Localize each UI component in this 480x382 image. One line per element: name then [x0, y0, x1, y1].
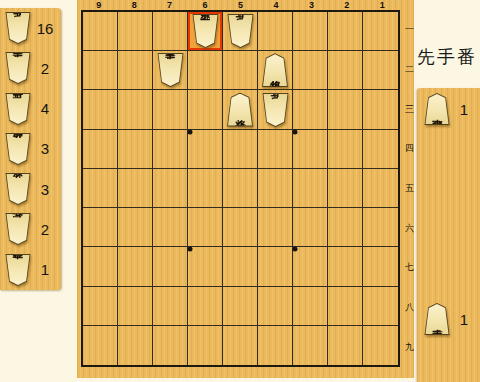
piece-kanji: 王将: [200, 30, 211, 33]
board-cell-8-9[interactable]: [118, 326, 153, 365]
shogi-piece[interactable]: 歩兵: [262, 93, 289, 127]
rank-label: 六: [403, 208, 416, 248]
board-cell-4-6[interactable]: [258, 208, 293, 247]
piece-body: 銀将: [262, 53, 289, 87]
sente-hand-stand: 飛車1香車1: [417, 88, 480, 382]
piece-face: 角行: [6, 214, 30, 244]
board-cell-2-1[interactable]: [328, 12, 363, 51]
shogi-board: 987654321 一二三四五六七八九 王将歩兵香車銀将金将歩兵: [77, 0, 414, 378]
shogi-piece[interactable]: 飛車: [424, 93, 450, 125]
board-cell-6-6[interactable]: [188, 208, 223, 247]
file-labels: 987654321: [81, 0, 400, 10]
hand-count: 3: [31, 181, 59, 198]
board-cell-1-5[interactable]: [363, 169, 398, 208]
board-cell-8-7[interactable]: [118, 247, 153, 286]
sente-hand-slot: [417, 256, 480, 298]
board-cell-1-1[interactable]: [363, 12, 398, 51]
board-cell-2-3[interactable]: [328, 90, 363, 129]
rank-label: 七: [403, 248, 416, 288]
sente-hand-slot: [417, 214, 480, 256]
sente-hand-slot: [417, 172, 480, 214]
gote-hand-slot: 飛車1: [0, 250, 61, 290]
board-cell-3-1[interactable]: [293, 12, 328, 51]
gote-hand-stand: 歩兵16香車2桂馬4銀将3金将3角行2飛車1: [0, 8, 61, 290]
board-cell-3-4[interactable]: [293, 130, 328, 169]
shogi-piece[interactable]: 金将: [5, 173, 31, 205]
board-cell-6-5[interactable]: [188, 169, 223, 208]
board-cell-4-9[interactable]: [258, 326, 293, 365]
piece-kanji: 歩兵: [270, 108, 281, 111]
piece-kanji: 歩兵: [13, 27, 24, 30]
shogi-piece[interactable]: 飛車: [5, 254, 31, 286]
board-cell-2-8[interactable]: [328, 287, 363, 326]
piece-face: 王将: [193, 15, 218, 47]
piece-face: 桂馬: [6, 94, 30, 124]
board-cell-8-8[interactable]: [118, 287, 153, 326]
board-cell-2-9[interactable]: [328, 326, 363, 365]
sente-hand-slot: 香車1: [417, 298, 480, 340]
board-cell-4-5[interactable]: [258, 169, 293, 208]
board-cell-8-6[interactable]: [118, 208, 153, 247]
piece-face: 飛車: [425, 94, 449, 124]
shogi-piece[interactable]: 桂馬: [5, 93, 31, 125]
board-cell-2-5[interactable]: [328, 169, 363, 208]
board-cell-3-2[interactable]: [293, 51, 328, 90]
rank-label: 五: [403, 169, 416, 209]
board-grid: 王将歩兵香車銀将金将歩兵: [81, 10, 400, 367]
board-cell-5-9[interactable]: [223, 326, 258, 365]
board-cell-3-7[interactable]: [293, 247, 328, 286]
piece-body: 飛車: [5, 254, 31, 286]
board-cell-6-1[interactable]: 王将: [188, 12, 223, 51]
piece-body: 歩兵: [5, 12, 31, 44]
file-label: 6: [187, 0, 222, 10]
board-cell-9-8[interactable]: [83, 287, 118, 326]
gote-hand-slot: 角行2: [0, 209, 61, 249]
hand-count: 1: [450, 101, 478, 118]
board-cell-8-1[interactable]: [118, 12, 153, 51]
rank-label: 八: [403, 288, 416, 328]
shogi-app: 歩兵16香車2桂馬4銀将3金将3角行2飛車1 987654321 一二三四五六七…: [0, 0, 480, 382]
file-label: 8: [116, 0, 151, 10]
piece-kanji: 香車: [13, 67, 24, 70]
piece-face: 銀将: [6, 134, 30, 164]
file-label: 5: [223, 0, 258, 10]
shogi-piece[interactable]: 香車: [424, 303, 450, 335]
rank-label: 二: [403, 50, 416, 90]
piece-face: 銀将: [263, 54, 288, 86]
piece-body: 桂馬: [5, 93, 31, 125]
board-cell-6-8[interactable]: [188, 287, 223, 326]
piece-kanji: 角行: [13, 228, 24, 231]
rank-label: 一: [403, 10, 416, 50]
gote-hand-slot: 歩兵16: [0, 8, 61, 48]
board-cell-4-8[interactable]: [258, 287, 293, 326]
hand-count: 2: [31, 221, 59, 238]
board-cell-6-9[interactable]: [188, 326, 223, 365]
piece-face: 香車: [6, 53, 30, 83]
shogi-piece[interactable]: 銀将: [5, 133, 31, 165]
board-cell-3-8[interactable]: [293, 287, 328, 326]
board-cell-9-1[interactable]: [83, 12, 118, 51]
piece-body: 香車: [424, 303, 450, 335]
board-cell-1-9[interactable]: [363, 326, 398, 365]
board-cell-9-2[interactable]: [83, 51, 118, 90]
shogi-piece[interactable]: 銀将: [262, 53, 289, 87]
board-cell-4-1[interactable]: [258, 12, 293, 51]
shogi-piece[interactable]: 歩兵: [5, 12, 31, 44]
star-point: [188, 247, 193, 252]
piece-body: 金将: [227, 93, 254, 127]
piece-body: 飛車: [424, 93, 450, 125]
board-cell-9-6[interactable]: [83, 208, 118, 247]
hand-count: 1: [450, 311, 478, 328]
board-cell-4-7[interactable]: [258, 247, 293, 286]
board-cell-1-6[interactable]: [363, 208, 398, 247]
board-cell-5-3[interactable]: 金将: [223, 90, 258, 129]
board-cell-9-3[interactable]: [83, 90, 118, 129]
board-cell-7-6[interactable]: [153, 208, 188, 247]
board-cell-9-9[interactable]: [83, 326, 118, 365]
board-cell-9-4[interactable]: [83, 130, 118, 169]
board-cell-8-3[interactable]: [118, 90, 153, 129]
piece-kanji: 飛車: [432, 108, 443, 111]
board-cell-4-4[interactable]: [258, 130, 293, 169]
rank-label: 四: [403, 129, 416, 169]
board-cell-3-3[interactable]: [293, 90, 328, 129]
board-cell-7-1[interactable]: [153, 12, 188, 51]
board-cell-7-7[interactable]: [153, 247, 188, 286]
board-cell-1-3[interactable]: [363, 90, 398, 129]
shogi-piece[interactable]: 角行: [5, 213, 31, 245]
board-cell-1-7[interactable]: [363, 247, 398, 286]
board-cell-2-7[interactable]: [328, 247, 363, 286]
piece-face: 金将: [6, 174, 30, 204]
piece-kanji: 金将: [235, 108, 246, 111]
shogi-piece[interactable]: 金将: [227, 93, 254, 127]
hand-count: 4: [31, 100, 59, 117]
board-cell-6-7[interactable]: [188, 247, 223, 286]
board-cell-7-9[interactable]: [153, 326, 188, 365]
board-cell-5-7[interactable]: [223, 247, 258, 286]
piece-kanji: 銀将: [13, 147, 24, 150]
gote-hand-slot: 金将3: [0, 169, 61, 209]
piece-face: 歩兵: [228, 15, 253, 47]
board-cell-8-5[interactable]: [118, 169, 153, 208]
piece-body: 金将: [5, 173, 31, 205]
piece-face: 香車: [158, 54, 183, 86]
hand-count: 16: [31, 20, 59, 37]
board-cell-4-2[interactable]: 銀将: [258, 51, 293, 90]
board-cell-7-5[interactable]: [153, 169, 188, 208]
rank-labels: 一二三四五六七八九: [403, 10, 416, 367]
turn-indicator: 先手番: [417, 45, 480, 69]
board-cell-5-2[interactable]: [223, 51, 258, 90]
board-cell-5-1[interactable]: 歩兵: [223, 12, 258, 51]
board-cell-7-8[interactable]: [153, 287, 188, 326]
piece-kanji: 歩兵: [235, 30, 246, 33]
shogi-piece[interactable]: 香車: [157, 53, 184, 87]
rank-label: 九: [403, 327, 416, 367]
sente-hand-slot: [417, 340, 480, 382]
piece-body: 歩兵: [262, 93, 289, 127]
board-cell-7-2[interactable]: 香車: [153, 51, 188, 90]
piece-kanji: 香車: [432, 318, 443, 321]
board-cell-2-4[interactable]: [328, 130, 363, 169]
board-cell-5-4[interactable]: [223, 130, 258, 169]
piece-face: 香車: [425, 304, 449, 334]
piece-face: 歩兵: [6, 13, 30, 43]
file-label: 2: [329, 0, 364, 10]
piece-kanji: 香車: [165, 69, 176, 72]
star-point: [293, 129, 298, 134]
board-cell-9-5[interactable]: [83, 169, 118, 208]
board-cell-5-5[interactable]: [223, 169, 258, 208]
board-cell-6-4[interactable]: [188, 130, 223, 169]
rank-label: 三: [403, 89, 416, 129]
piece-body: 王将: [192, 14, 219, 48]
piece-body: 銀将: [5, 133, 31, 165]
gote-hand-slot: 香車2: [0, 48, 61, 88]
gote-hand-slot: 銀将3: [0, 129, 61, 169]
shogi-piece[interactable]: 王将: [192, 14, 219, 48]
board-cell-4-3[interactable]: 歩兵: [258, 90, 293, 129]
piece-body: 香車: [157, 53, 184, 87]
piece-face: 金将: [228, 94, 253, 126]
star-point: [188, 129, 193, 134]
piece-face: 歩兵: [263, 94, 288, 126]
file-label: 3: [294, 0, 329, 10]
board-cell-2-2[interactable]: [328, 51, 363, 90]
piece-kanji: 桂馬: [13, 107, 24, 110]
board-cell-9-7[interactable]: [83, 247, 118, 286]
board-cell-6-2[interactable]: [188, 51, 223, 90]
board-cell-7-3[interactable]: [153, 90, 188, 129]
board-cell-6-3[interactable]: [188, 90, 223, 129]
board-cell-3-9[interactable]: [293, 326, 328, 365]
file-label: 9: [81, 0, 116, 10]
board-cell-5-8[interactable]: [223, 287, 258, 326]
board-cell-8-4[interactable]: [118, 130, 153, 169]
sente-hand-slot: 飛車1: [417, 88, 480, 130]
file-label: 7: [152, 0, 187, 10]
sente-hand-slot: [417, 130, 480, 172]
board-cell-7-4[interactable]: [153, 130, 188, 169]
shogi-piece[interactable]: 歩兵: [227, 14, 254, 48]
piece-body: 香車: [5, 52, 31, 84]
board-cell-3-6[interactable]: [293, 208, 328, 247]
file-label: 4: [258, 0, 293, 10]
hand-count: 3: [31, 140, 59, 157]
board-cell-1-2[interactable]: [363, 51, 398, 90]
piece-face: 飛車: [6, 255, 30, 285]
file-label: 1: [365, 0, 400, 10]
board-cell-5-6[interactable]: [223, 208, 258, 247]
piece-kanji: 銀将: [270, 69, 281, 72]
shogi-piece[interactable]: 香車: [5, 52, 31, 84]
piece-kanji: 飛車: [13, 268, 24, 271]
hand-count: 1: [31, 261, 59, 278]
hand-count: 2: [31, 60, 59, 77]
piece-body: 歩兵: [227, 14, 254, 48]
board-cell-3-5[interactable]: [293, 169, 328, 208]
board-cell-2-6[interactable]: [328, 208, 363, 247]
star-point: [293, 247, 298, 252]
board-cell-8-2[interactable]: [118, 51, 153, 90]
piece-body: 角行: [5, 213, 31, 245]
piece-kanji: 金将: [13, 188, 24, 191]
board-cell-1-4[interactable]: [363, 130, 398, 169]
gote-hand-slot: 桂馬4: [0, 89, 61, 129]
board-cell-1-8[interactable]: [363, 287, 398, 326]
